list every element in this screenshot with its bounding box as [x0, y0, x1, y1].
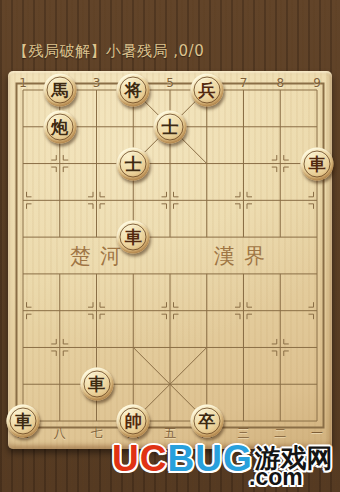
top-coord-label: 1 [19, 76, 27, 90]
black-advisor-piece[interactable]: 士 [117, 147, 150, 180]
piece-character: 兵 [198, 82, 215, 99]
black-chariot-piece[interactable]: 車 [80, 368, 113, 401]
red-soldier-piece[interactable]: 兵 [190, 74, 223, 107]
bottom-coord-label: 三 [238, 425, 250, 442]
black-horse-piece[interactable]: 馬 [43, 74, 76, 107]
bottom-coord-label: 七 [91, 425, 103, 442]
bottom-coord-label: 二 [274, 425, 286, 442]
piece-character: 車 [125, 229, 142, 246]
top-coord-label: 7 [240, 76, 248, 90]
top-coord-label: 9 [313, 76, 321, 90]
river-label-right: 漢界 [214, 242, 274, 270]
bottom-coord-label: 五 [164, 425, 176, 442]
red-chariot-piece[interactable]: 車 [301, 147, 334, 180]
piece-character: 車 [88, 376, 105, 393]
piece-character: 卒 [198, 413, 215, 430]
red-chariot-piece[interactable]: 車 [117, 221, 150, 254]
black-chariot-piece[interactable]: 車 [7, 405, 40, 438]
top-coord-label: 3 [93, 76, 101, 90]
black-general-piece[interactable]: 将 [117, 74, 150, 107]
black-soldier-piece[interactable]: 卒 [190, 405, 223, 438]
bottom-coord-label: 八 [54, 425, 66, 442]
piece-character: 士 [125, 155, 142, 172]
app-window: 【残局破解】小暑残局 ,0/0 123456789 九八七六五四三二一 楚河 漢… [0, 0, 340, 492]
black-cannon-piece[interactable]: 炮 [43, 110, 76, 143]
top-coord-label: 8 [276, 76, 284, 90]
piece-character: 帥 [125, 413, 142, 430]
bottom-coord-label: 一 [311, 425, 323, 442]
red-general-piece[interactable]: 帥 [117, 405, 150, 438]
watermark-tld-text: .com [249, 464, 303, 491]
black-advisor-piece[interactable]: 士 [154, 110, 187, 143]
piece-character: 炮 [51, 118, 68, 135]
piece-character: 将 [125, 82, 142, 99]
piece-character: 車 [309, 155, 326, 172]
piece-character: 車 [15, 413, 32, 430]
puzzle-title: 【残局破解】小暑残局 ,0/0 [13, 42, 204, 61]
piece-character: 士 [162, 118, 179, 135]
top-coord-label: 5 [166, 76, 174, 90]
piece-character: 馬 [51, 82, 68, 99]
